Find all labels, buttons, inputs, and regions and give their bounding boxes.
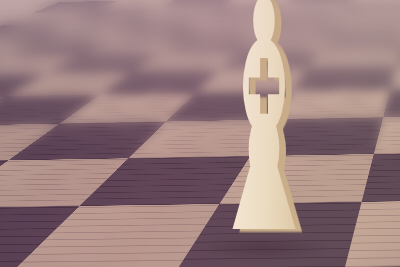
piece-shadow (198, 236, 330, 260)
board-square (274, 88, 391, 119)
board-square (321, 29, 400, 47)
board-square (293, 65, 397, 91)
chess-board-far-blurred (0, 0, 400, 267)
chess-board-farblur-layer (0, 0, 400, 267)
board-square (250, 117, 383, 156)
board-square (308, 45, 400, 66)
photo-scene: ♝ ♝ (0, 0, 400, 267)
